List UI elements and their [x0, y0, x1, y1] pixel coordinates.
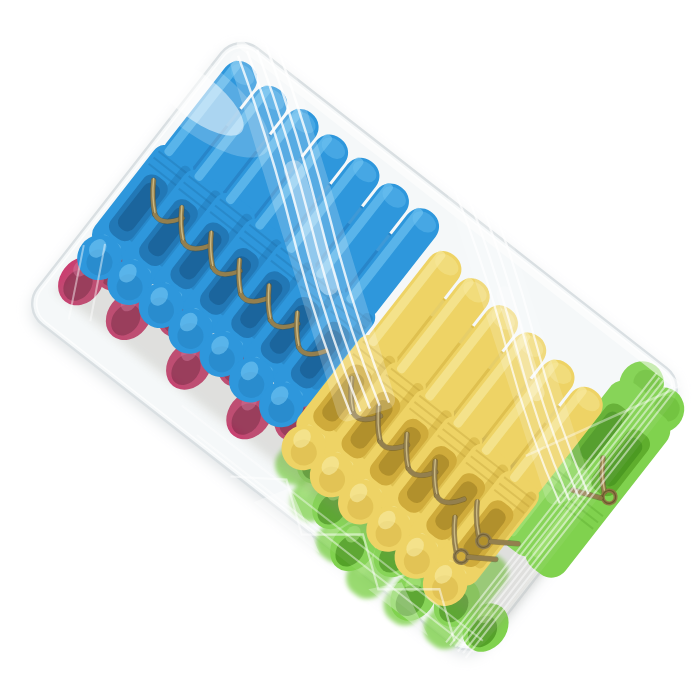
- product-photo-clothes-pegs: [0, 0, 700, 700]
